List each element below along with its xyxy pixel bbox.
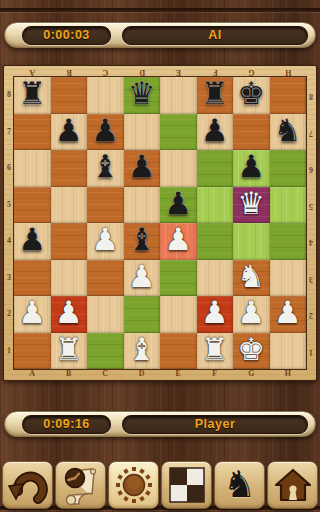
black-pawn: ♟ bbox=[160, 185, 197, 222]
square-e3[interactable] bbox=[160, 260, 197, 297]
white-queen: ♛ bbox=[233, 185, 270, 222]
white-knight: ♞ bbox=[233, 258, 270, 295]
coord-label: H bbox=[270, 67, 307, 77]
black-bishop: ♝ bbox=[124, 221, 161, 258]
square-d2[interactable] bbox=[124, 296, 161, 333]
white-pawn: ♟ bbox=[124, 258, 161, 295]
square-d8[interactable]: ♛ bbox=[124, 77, 161, 114]
square-g3[interactable]: ♞ bbox=[233, 260, 270, 297]
square-g2[interactable]: ♟ bbox=[233, 296, 270, 333]
toolbar-board-theme-button[interactable] bbox=[161, 461, 212, 509]
coord-label: C bbox=[87, 67, 124, 77]
square-b2[interactable]: ♟ bbox=[51, 296, 88, 333]
file-labels-bottom: ABCDEFGH bbox=[14, 369, 306, 379]
square-a2[interactable]: ♟ bbox=[14, 296, 51, 333]
coord-label: A bbox=[14, 369, 51, 379]
square-c7[interactable]: ♟ bbox=[87, 114, 124, 151]
square-c2[interactable] bbox=[87, 296, 124, 333]
square-f8[interactable]: ♜ bbox=[197, 77, 234, 114]
black-pawn: ♟ bbox=[87, 112, 124, 149]
coord-label: 1 bbox=[4, 333, 14, 370]
square-b1[interactable]: ♜ bbox=[51, 333, 88, 370]
square-d7[interactable] bbox=[124, 114, 161, 151]
coord-label: 8 bbox=[306, 77, 316, 114]
player-name: Player bbox=[122, 415, 308, 434]
coord-label: B bbox=[51, 369, 88, 379]
toolbar-undo-button[interactable] bbox=[2, 461, 53, 509]
coord-label: 6 bbox=[4, 150, 14, 187]
black-bishop: ♝ bbox=[87, 148, 124, 185]
square-b6[interactable] bbox=[51, 150, 88, 187]
square-c5[interactable] bbox=[87, 187, 124, 224]
coord-label: D bbox=[124, 369, 161, 379]
black-pawn: ♟ bbox=[14, 221, 51, 258]
coord-label: 7 bbox=[306, 114, 316, 151]
square-e4[interactable]: ♟ bbox=[160, 223, 197, 260]
square-a1[interactable] bbox=[14, 333, 51, 370]
square-a7[interactable] bbox=[14, 114, 51, 151]
white-rook: ♜ bbox=[197, 331, 234, 368]
coord-label: C bbox=[87, 369, 124, 379]
square-b3[interactable] bbox=[51, 260, 88, 297]
square-d6[interactable]: ♟ bbox=[124, 150, 161, 187]
black-queen: ♛ bbox=[124, 75, 161, 112]
coord-label: 2 bbox=[306, 296, 316, 333]
board-grid: ♜♛♜♚♟♟♟♞♝♟♟♟♛♟♟♝♟♟♞♟♟♟♟♟♜♝♜♚ bbox=[14, 77, 306, 369]
coord-label: 4 bbox=[306, 223, 316, 260]
square-c6[interactable]: ♝ bbox=[87, 150, 124, 187]
toolbar-move-history-button[interactable] bbox=[55, 461, 106, 509]
square-f3[interactable] bbox=[197, 260, 234, 297]
square-h6[interactable] bbox=[270, 150, 307, 187]
square-b7[interactable]: ♟ bbox=[51, 114, 88, 151]
opponent-bar: 0:00:03 AI bbox=[4, 22, 316, 48]
white-king: ♚ bbox=[233, 331, 270, 368]
player-bar: 0:09:16 Player bbox=[4, 411, 316, 437]
white-pawn: ♟ bbox=[51, 294, 88, 331]
square-c1[interactable] bbox=[87, 333, 124, 370]
coord-label: 8 bbox=[4, 77, 14, 114]
coord-label: H bbox=[270, 369, 307, 379]
square-f1[interactable]: ♜ bbox=[197, 333, 234, 370]
square-g1[interactable]: ♚ bbox=[233, 333, 270, 370]
white-pawn: ♟ bbox=[197, 294, 234, 331]
square-d1[interactable]: ♝ bbox=[124, 333, 161, 370]
rank-labels-left: 87654321 bbox=[4, 77, 14, 369]
coord-label: 6 bbox=[306, 150, 316, 187]
square-g4[interactable] bbox=[233, 223, 270, 260]
square-h5[interactable] bbox=[270, 187, 307, 224]
square-c4[interactable]: ♟ bbox=[87, 223, 124, 260]
black-pawn: ♟ bbox=[197, 112, 234, 149]
opponent-name: AI bbox=[122, 26, 308, 45]
square-f5[interactable] bbox=[197, 187, 234, 224]
black-pawn: ♟ bbox=[233, 148, 270, 185]
home-icon bbox=[272, 464, 314, 506]
coord-label: 2 bbox=[4, 296, 14, 333]
player-timer: 0:09:16 bbox=[22, 415, 111, 434]
coord-label: 5 bbox=[306, 187, 316, 224]
coord-label: E bbox=[160, 67, 197, 77]
coord-label: 7 bbox=[4, 114, 14, 151]
square-g7[interactable] bbox=[233, 114, 270, 151]
square-h8[interactable] bbox=[270, 77, 307, 114]
chess-board: ABCDEFGH ABCDEFGH 87654321 87654321 ♜♛♜♚… bbox=[3, 65, 317, 381]
square-g6[interactable]: ♟ bbox=[233, 150, 270, 187]
square-a4[interactable]: ♟ bbox=[14, 223, 51, 260]
square-f7[interactable]: ♟ bbox=[197, 114, 234, 151]
black-king: ♚ bbox=[233, 75, 270, 112]
square-e6[interactable] bbox=[160, 150, 197, 187]
square-g5[interactable]: ♛ bbox=[233, 187, 270, 224]
scroll-clock-icon bbox=[60, 464, 102, 506]
white-pawn: ♟ bbox=[87, 221, 124, 258]
toolbar-piece-set-button[interactable]: ♞ bbox=[214, 461, 265, 509]
opponent-timer: 0:00:03 bbox=[22, 26, 111, 45]
white-pawn: ♟ bbox=[233, 294, 270, 331]
coord-label: F bbox=[197, 369, 234, 379]
black-pawn: ♟ bbox=[124, 148, 161, 185]
square-d4[interactable]: ♝ bbox=[124, 223, 161, 260]
square-b8[interactable] bbox=[51, 77, 88, 114]
black-pawn: ♟ bbox=[51, 112, 88, 149]
white-rook: ♜ bbox=[51, 331, 88, 368]
rank-labels-right: 87654321 bbox=[306, 77, 316, 369]
black-rook: ♜ bbox=[197, 75, 234, 112]
square-h2[interactable]: ♟ bbox=[270, 296, 307, 333]
square-b5[interactable] bbox=[51, 187, 88, 224]
coord-label: 1 bbox=[306, 333, 316, 370]
coord-label: E bbox=[160, 369, 197, 379]
square-h1[interactable] bbox=[270, 333, 307, 370]
black-knight: ♞ bbox=[270, 112, 307, 149]
black-knight-icon: ♞ bbox=[223, 463, 256, 507]
square-b4[interactable] bbox=[51, 223, 88, 260]
wood-seam-top bbox=[0, 8, 320, 12]
coord-label: 3 bbox=[4, 260, 14, 297]
square-e1[interactable] bbox=[160, 333, 197, 370]
square-h7[interactable]: ♞ bbox=[270, 114, 307, 151]
square-f4[interactable] bbox=[197, 223, 234, 260]
square-g8[interactable]: ♚ bbox=[233, 77, 270, 114]
chess-app-screen: 0:00:03 AI ABCDEFGH ABCDEFGH 87654321 87… bbox=[0, 0, 320, 512]
square-e7[interactable] bbox=[160, 114, 197, 151]
square-e2[interactable] bbox=[160, 296, 197, 333]
square-h4[interactable] bbox=[270, 223, 307, 260]
toolbar-game-mode-button[interactable] bbox=[108, 461, 159, 509]
square-d3[interactable]: ♟ bbox=[124, 260, 161, 297]
square-c8[interactable] bbox=[87, 77, 124, 114]
coord-label: 5 bbox=[4, 187, 14, 224]
square-e5[interactable]: ♟ bbox=[160, 187, 197, 224]
square-a3[interactable] bbox=[14, 260, 51, 297]
square-c3[interactable] bbox=[87, 260, 124, 297]
white-pawn: ♟ bbox=[14, 294, 51, 331]
wood-piece-ring-icon bbox=[113, 464, 155, 506]
checkerboard-icon bbox=[167, 465, 207, 505]
coord-label: 3 bbox=[306, 260, 316, 297]
white-pawn: ♟ bbox=[160, 221, 197, 258]
square-f6[interactable] bbox=[197, 150, 234, 187]
square-a6[interactable] bbox=[14, 150, 51, 187]
coord-label: G bbox=[233, 369, 270, 379]
square-d5[interactable] bbox=[124, 187, 161, 224]
square-a8[interactable]: ♜ bbox=[14, 77, 51, 114]
coord-label: 4 bbox=[4, 223, 14, 260]
square-a5[interactable] bbox=[14, 187, 51, 224]
black-rook: ♜ bbox=[14, 75, 51, 112]
toolbar-home-button[interactable] bbox=[267, 461, 318, 509]
square-e8[interactable] bbox=[160, 77, 197, 114]
coord-label: B bbox=[51, 67, 88, 77]
undo-arrow-icon bbox=[7, 464, 49, 506]
square-f2[interactable]: ♟ bbox=[197, 296, 234, 333]
square-h3[interactable] bbox=[270, 260, 307, 297]
white-bishop: ♝ bbox=[124, 331, 161, 368]
white-pawn: ♟ bbox=[270, 294, 307, 331]
